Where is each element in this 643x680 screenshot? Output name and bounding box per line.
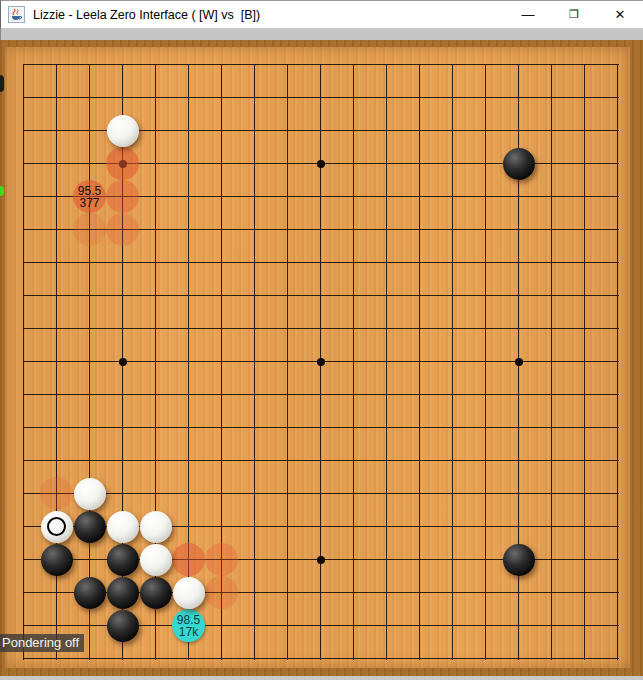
best-move-winrate: 98.5	[177, 614, 200, 626]
stone-black-B4[interactable]	[41, 544, 73, 576]
maximize-button[interactable]: ❐	[551, 1, 597, 28]
stone-white-C6[interactable]	[74, 478, 106, 510]
candidate-move-G4[interactable]	[205, 543, 238, 576]
best-move-visits: 17k	[179, 626, 198, 638]
candidate-move-C14[interactable]	[73, 213, 106, 246]
java-app-icon	[8, 6, 25, 23]
pondering-status: Pondering off	[0, 634, 84, 652]
stone-black-C5[interactable]	[74, 511, 106, 543]
stone-white-D17[interactable]	[107, 115, 139, 147]
candidate-move-C15[interactable]: 95.5377	[73, 180, 106, 213]
stone-black-E3[interactable]	[140, 577, 172, 609]
stone-black-D2[interactable]	[107, 610, 139, 642]
stone-black-D3[interactable]	[107, 577, 139, 609]
stone-black-Q4[interactable]	[503, 544, 535, 576]
title-bar: Lizzie - Leela Zero Interface ( [W] vs […	[0, 0, 643, 28]
minimize-button[interactable]: —	[505, 1, 551, 28]
stone-white-D5[interactable]	[107, 511, 139, 543]
best-move-F2[interactable]: 98.517k	[172, 609, 205, 642]
board-intersections[interactable]: 95.537798.517k	[7, 48, 634, 675]
menu-strip	[0, 28, 643, 40]
stone-white-F3[interactable]	[173, 577, 205, 609]
close-button[interactable]: ✕	[597, 1, 643, 28]
candidate-move-F4[interactable]	[172, 543, 205, 576]
candidate-move-D16[interactable]	[106, 147, 139, 180]
window-title: Lizzie - Leela Zero Interface ( [W] vs […	[33, 8, 505, 22]
window-bottom-edge	[0, 676, 643, 680]
stone-white-B5[interactable]	[41, 511, 73, 543]
candidate-winrate: 95.5	[78, 185, 101, 197]
stone-white-E4[interactable]	[140, 544, 172, 576]
stone-black-Q16[interactable]	[503, 148, 535, 180]
candidate-visits: 377	[79, 197, 99, 209]
candidate-move-D14[interactable]	[106, 213, 139, 246]
last-move-marker	[47, 517, 66, 536]
candidate-move-B6[interactable]	[40, 477, 73, 510]
candidate-move-G3[interactable]	[205, 576, 238, 609]
candidate-move-D15[interactable]	[106, 180, 139, 213]
edge-artifact-black	[0, 75, 4, 92]
stone-white-E5[interactable]	[140, 511, 172, 543]
stone-black-C3[interactable]	[74, 577, 106, 609]
stone-black-D4[interactable]	[107, 544, 139, 576]
